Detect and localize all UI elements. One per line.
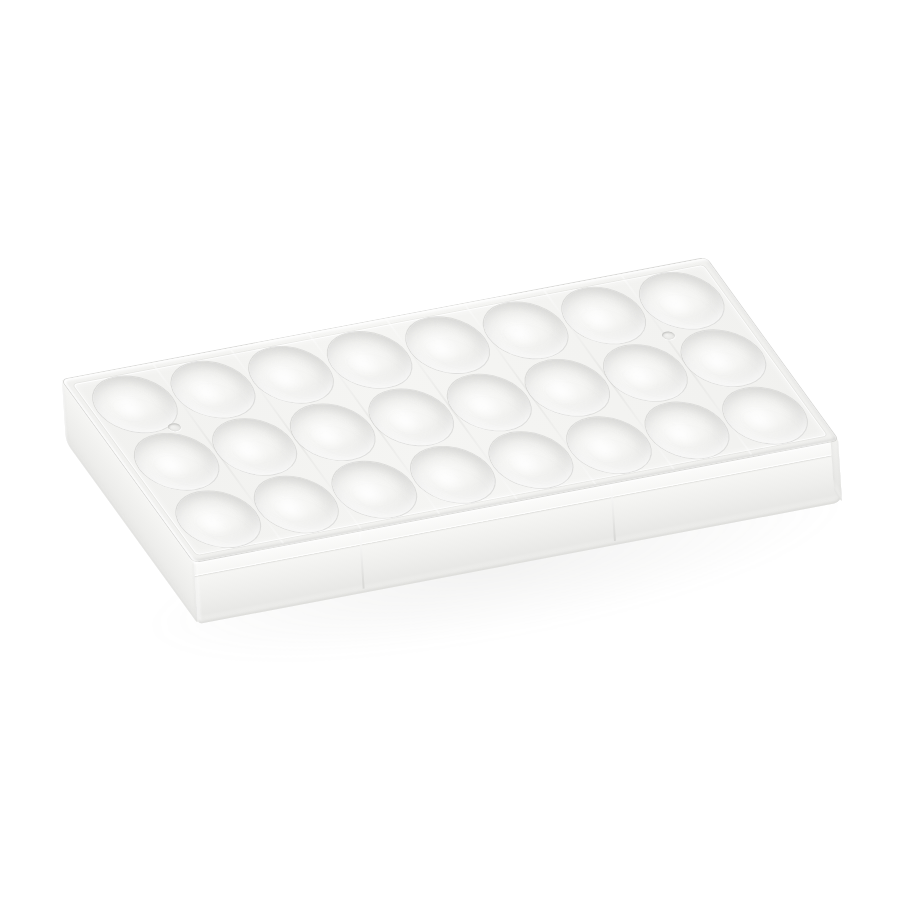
chocolate-mould-tray: [0, 0, 900, 900]
front-seam-line: [359, 530, 365, 588]
photo-background: [0, 0, 900, 900]
front-seam-line: [610, 483, 616, 541]
